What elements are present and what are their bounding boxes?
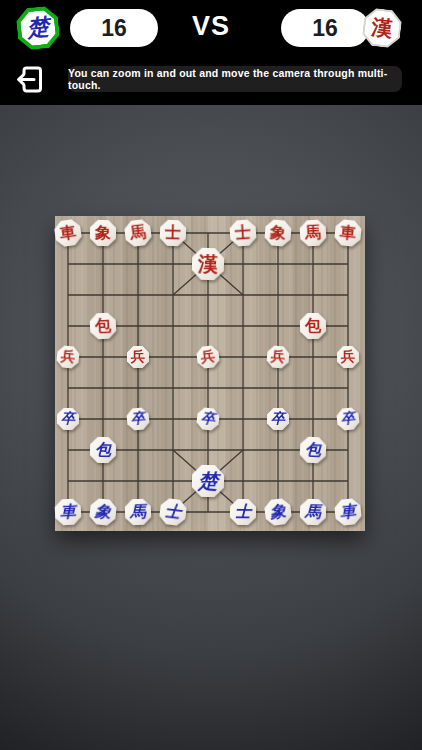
piece-cho-horse[interactable]: 馬 [125,499,152,526]
piece-cho-general[interactable]: 楚 [192,465,225,498]
piece-cho-chariot[interactable]: 車 [54,498,81,525]
piece-han-chariot[interactable]: 車 [53,218,82,247]
piece-glyph: 包 [305,315,321,336]
cho-badge-glyph: 楚 [25,10,50,46]
piece-glyph: 士 [165,222,182,244]
tutorial-message: You can zoom in and out and move the cam… [68,67,402,91]
cho-score-value: 16 [101,15,127,42]
app-screen: 楚 16 VS 16 漢 You can zoom in and out and… [0,0,422,750]
cho-side-badge: 楚 [15,5,61,51]
piece-han-general[interactable]: 漢 [191,247,224,280]
piece-cho-pawn[interactable]: 卒 [126,407,150,431]
piece-han-pawn[interactable]: 兵 [337,346,359,368]
cho-badge-tile: 楚 [19,9,56,46]
piece-glyph: 車 [339,501,357,524]
header-bar: 楚 16 VS 16 漢 [0,0,422,55]
piece-glyph: 象 [94,501,112,524]
piece-glyph: 車 [59,501,76,523]
piece-cho-elephant[interactable]: 象 [264,498,293,527]
piece-glyph: 卒 [340,409,356,428]
piece-han-pawn[interactable]: 兵 [56,345,80,369]
piece-glyph: 包 [95,439,111,460]
han-badge-tile: 漢 [363,9,401,47]
piece-glyph: 馬 [129,222,147,245]
piece-han-advisor[interactable]: 士 [160,220,187,247]
piece-han-pawn[interactable]: 兵 [266,345,290,369]
piece-glyph: 象 [269,501,287,524]
piece-glyph: 卒 [200,409,216,428]
piece-cho-chariot[interactable]: 車 [334,498,363,527]
piece-glyph: 士 [164,501,182,524]
piece-glyph: 馬 [304,222,321,244]
piece-han-horse[interactable]: 馬 [299,219,326,246]
piece-glyph: 兵 [270,347,286,366]
piece-cho-pawn[interactable]: 卒 [267,408,289,430]
piece-glyph: 卒 [271,410,285,428]
piece-han-elephant[interactable]: 象 [264,219,292,247]
tutorial-bar: You can zoom in and out and move the cam… [0,55,422,105]
han-score-value: 16 [312,15,338,42]
piece-glyph: 車 [339,222,357,245]
janggi-board[interactable]: 車象馬士士象馬車漢包包兵兵兵兵兵卒卒卒卒卒包包楚車象馬士士象馬車 [55,216,365,531]
cho-score-pill: 16 [70,9,158,47]
vs-label: VS [178,11,244,42]
piece-han-cannon[interactable]: 包 [300,313,326,339]
piece-han-advisor[interactable]: 士 [229,219,257,247]
piece-glyph: 兵 [131,348,145,366]
piece-glyph: 兵 [200,347,216,366]
tutorial-toast: You can zoom in and out and move the cam… [68,66,402,92]
piece-glyph: 包 [304,439,321,461]
piece-cho-cannon[interactable]: 包 [90,437,116,463]
piece-glyph: 包 [94,315,111,337]
piece-glyph: 漢 [198,250,219,278]
piece-glyph: 士 [234,222,251,244]
piece-cho-advisor[interactable]: 士 [159,498,188,527]
han-badge-glyph: 漢 [370,10,395,46]
piece-han-elephant[interactable]: 象 [90,220,116,246]
piece-glyph: 馬 [305,501,322,523]
piece-cho-elephant[interactable]: 象 [89,498,118,527]
piece-han-pawn[interactable]: 兵 [196,345,220,369]
piece-glyph: 士 [235,501,251,522]
piece-han-horse[interactable]: 馬 [124,219,153,248]
piece-glyph: 卒 [130,409,146,428]
han-side-badge: 漢 [361,7,403,49]
piece-glyph: 馬 [130,501,147,523]
piece-glyph: 象 [95,222,111,243]
piece-cho-pawn[interactable]: 卒 [57,408,79,430]
piece-glyph: 兵 [60,347,76,366]
piece-glyph: 車 [59,221,78,244]
piece-han-pawn[interactable]: 兵 [127,346,149,368]
piece-glyph: 象 [269,222,287,244]
piece-glyph: 兵 [341,348,355,366]
piece-cho-pawn[interactable]: 卒 [196,407,220,431]
piece-glyph: 卒 [61,410,75,428]
piece-han-chariot[interactable]: 車 [334,219,363,248]
piece-cho-advisor[interactable]: 士 [230,499,256,525]
piece-cho-pawn[interactable]: 卒 [336,407,360,431]
piece-han-cannon[interactable]: 包 [89,312,116,339]
piece-glyph: 楚 [198,467,218,494]
exit-button[interactable] [11,61,47,98]
han-score-pill: 16 [281,9,369,47]
logout-icon [13,63,45,96]
piece-cho-horse[interactable]: 馬 [300,499,327,526]
piece-cho-cannon[interactable]: 包 [299,436,326,463]
